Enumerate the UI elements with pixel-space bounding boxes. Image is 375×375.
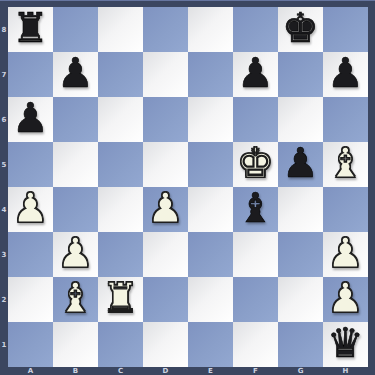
square-e4[interactable] bbox=[188, 187, 233, 232]
square-f2[interactable] bbox=[233, 277, 278, 322]
piece-black-rook[interactable]: ♜ bbox=[12, 8, 49, 49]
square-h8[interactable] bbox=[323, 7, 368, 52]
piece-black-pawn[interactable]: ♟ bbox=[57, 53, 94, 94]
square-b8[interactable] bbox=[53, 7, 98, 52]
rank-label-8: 8 bbox=[0, 7, 8, 52]
square-g1[interactable] bbox=[278, 322, 323, 367]
piece-white-bishop[interactable]: ♝ bbox=[327, 143, 364, 184]
piece-white-pawn[interactable]: ♟ bbox=[327, 278, 364, 319]
square-e1[interactable] bbox=[188, 322, 233, 367]
square-e2[interactable] bbox=[188, 277, 233, 322]
square-c1[interactable] bbox=[98, 322, 143, 367]
square-d8[interactable] bbox=[143, 7, 188, 52]
square-f6[interactable] bbox=[233, 97, 278, 142]
piece-white-bishop[interactable]: ♝ bbox=[57, 278, 94, 319]
square-g6[interactable] bbox=[278, 97, 323, 142]
square-c5[interactable] bbox=[98, 142, 143, 187]
square-h5[interactable]: ♝ bbox=[323, 142, 368, 187]
square-b7[interactable]: ♟ bbox=[53, 52, 98, 97]
piece-black-pawn[interactable]: ♟ bbox=[237, 53, 274, 94]
square-b1[interactable] bbox=[53, 322, 98, 367]
file-label-c: C bbox=[98, 367, 143, 375]
rank-label-2: 2 bbox=[0, 277, 8, 322]
square-f3[interactable] bbox=[233, 232, 278, 277]
square-c3[interactable] bbox=[98, 232, 143, 277]
file-label-d: D bbox=[143, 367, 188, 375]
piece-white-rook[interactable]: ♜ bbox=[102, 278, 139, 319]
piece-black-bishop[interactable]: ♝ bbox=[237, 188, 274, 229]
rank-label-1: 1 bbox=[0, 322, 8, 367]
square-b2[interactable]: ♝ bbox=[53, 277, 98, 322]
square-g2[interactable] bbox=[278, 277, 323, 322]
rank-label-4: 4 bbox=[0, 187, 8, 232]
square-d4[interactable]: ♟ bbox=[143, 187, 188, 232]
square-f1[interactable] bbox=[233, 322, 278, 367]
square-b4[interactable] bbox=[53, 187, 98, 232]
piece-black-pawn[interactable]: ♟ bbox=[327, 53, 364, 94]
square-b5[interactable] bbox=[53, 142, 98, 187]
piece-white-pawn[interactable]: ♟ bbox=[327, 233, 364, 274]
rank-label-5: 5 bbox=[0, 142, 8, 187]
file-label-g: G bbox=[278, 367, 323, 375]
square-h7[interactable]: ♟ bbox=[323, 52, 368, 97]
square-b6[interactable] bbox=[53, 97, 98, 142]
piece-black-king[interactable]: ♚ bbox=[282, 8, 319, 49]
rank-label-6: 6 bbox=[0, 97, 8, 142]
file-label-e: E bbox=[188, 367, 233, 375]
square-a5[interactable] bbox=[8, 142, 53, 187]
square-e5[interactable] bbox=[188, 142, 233, 187]
square-b3[interactable]: ♟ bbox=[53, 232, 98, 277]
square-e6[interactable] bbox=[188, 97, 233, 142]
square-f5[interactable]: ♚ bbox=[233, 142, 278, 187]
square-a1[interactable] bbox=[8, 322, 53, 367]
square-d6[interactable] bbox=[143, 97, 188, 142]
square-c2[interactable]: ♜ bbox=[98, 277, 143, 322]
square-a8[interactable]: ♜ bbox=[8, 7, 53, 52]
file-label-b: B bbox=[53, 367, 98, 375]
square-a4[interactable]: ♟ bbox=[8, 187, 53, 232]
square-e8[interactable] bbox=[188, 7, 233, 52]
piece-white-king[interactable]: ♚ bbox=[237, 143, 274, 184]
square-c4[interactable] bbox=[98, 187, 143, 232]
chess-board-frame: ♜♚♟♟♟♟♚♟♝♟♟♝♟♟♝♜♟♛ 87654321 ABCDEFGH bbox=[0, 0, 375, 375]
square-e3[interactable] bbox=[188, 232, 233, 277]
square-h6[interactable] bbox=[323, 97, 368, 142]
piece-black-pawn[interactable]: ♟ bbox=[282, 143, 319, 184]
square-f4[interactable]: ♝ bbox=[233, 187, 278, 232]
rank-label-7: 7 bbox=[0, 52, 8, 97]
square-h3[interactable]: ♟ bbox=[323, 232, 368, 277]
file-label-f: F bbox=[233, 367, 278, 375]
square-d7[interactable] bbox=[143, 52, 188, 97]
piece-white-pawn[interactable]: ♟ bbox=[147, 188, 184, 229]
square-a7[interactable] bbox=[8, 52, 53, 97]
square-d2[interactable] bbox=[143, 277, 188, 322]
square-c6[interactable] bbox=[98, 97, 143, 142]
square-f7[interactable]: ♟ bbox=[233, 52, 278, 97]
piece-black-pawn[interactable]: ♟ bbox=[12, 98, 49, 139]
square-c7[interactable] bbox=[98, 52, 143, 97]
square-a6[interactable]: ♟ bbox=[8, 97, 53, 142]
piece-white-pawn[interactable]: ♟ bbox=[57, 233, 94, 274]
square-f8[interactable] bbox=[233, 7, 278, 52]
square-a3[interactable] bbox=[8, 232, 53, 277]
square-g8[interactable]: ♚ bbox=[278, 7, 323, 52]
piece-white-pawn[interactable]: ♟ bbox=[12, 188, 49, 229]
square-c8[interactable] bbox=[98, 7, 143, 52]
square-g4[interactable] bbox=[278, 187, 323, 232]
square-d1[interactable] bbox=[143, 322, 188, 367]
board: ♜♚♟♟♟♟♚♟♝♟♟♝♟♟♝♜♟♛ bbox=[8, 7, 368, 367]
square-g5[interactable]: ♟ bbox=[278, 142, 323, 187]
file-label-h: H bbox=[323, 367, 368, 375]
square-d5[interactable] bbox=[143, 142, 188, 187]
square-a2[interactable] bbox=[8, 277, 53, 322]
square-g3[interactable] bbox=[278, 232, 323, 277]
square-e7[interactable] bbox=[188, 52, 233, 97]
square-h1[interactable]: ♛ bbox=[323, 322, 368, 367]
square-h2[interactable]: ♟ bbox=[323, 277, 368, 322]
square-d3[interactable] bbox=[143, 232, 188, 277]
piece-black-queen[interactable]: ♛ bbox=[327, 323, 364, 364]
square-g7[interactable] bbox=[278, 52, 323, 97]
file-label-a: A bbox=[8, 367, 53, 375]
square-h4[interactable] bbox=[323, 187, 368, 232]
rank-label-3: 3 bbox=[0, 232, 8, 277]
